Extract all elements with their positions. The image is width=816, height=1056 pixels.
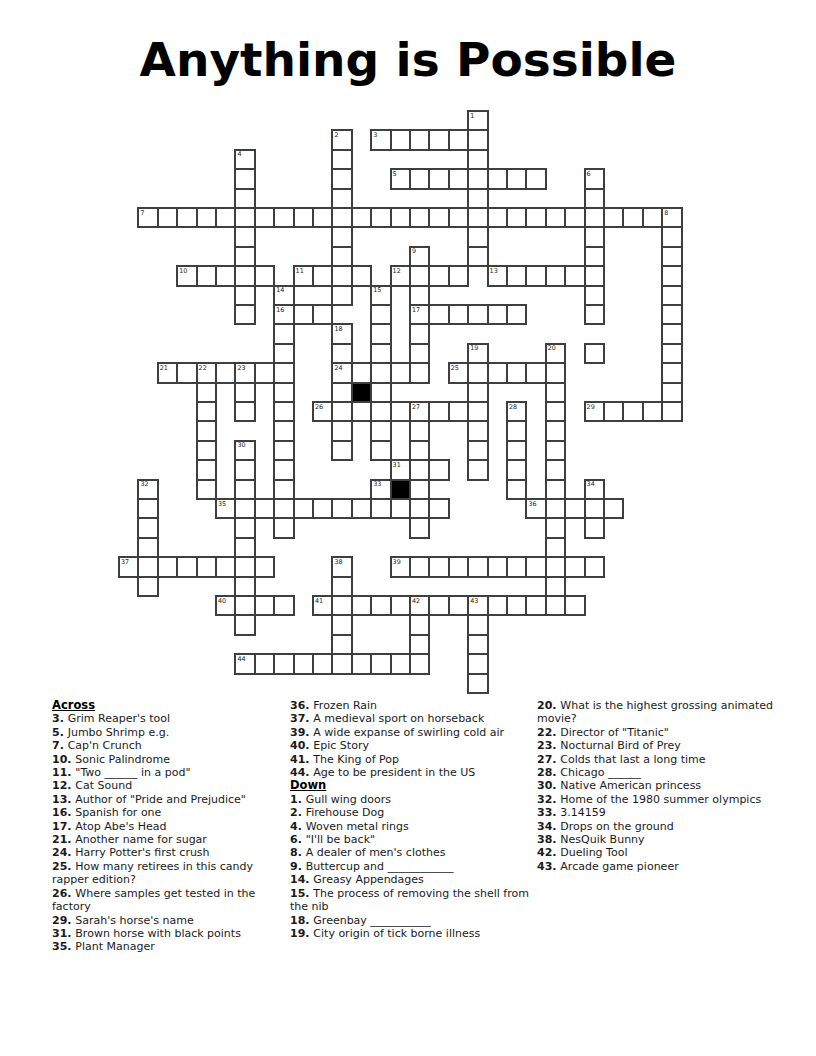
grid-cell[interactable] bbox=[428, 595, 449, 616]
grid-cell[interactable]: 13 bbox=[487, 265, 508, 286]
grid-cell[interactable] bbox=[603, 207, 624, 228]
grid-cell[interactable] bbox=[487, 207, 508, 228]
grid-cell[interactable] bbox=[428, 459, 449, 480]
grid-cell[interactable]: 37 bbox=[118, 556, 139, 577]
grid-cell[interactable] bbox=[273, 440, 294, 461]
grid-cell[interactable] bbox=[506, 304, 527, 325]
grid-cell[interactable]: 15 bbox=[370, 285, 391, 306]
grid-cell[interactable] bbox=[370, 653, 391, 674]
grid-cell[interactable] bbox=[409, 634, 430, 655]
grid-cell[interactable] bbox=[273, 517, 294, 538]
clue-number: 41 bbox=[315, 597, 323, 605]
grid-cell[interactable] bbox=[428, 304, 449, 325]
grid-cell[interactable] bbox=[661, 362, 682, 383]
grid-cell[interactable] bbox=[467, 459, 488, 480]
grid-cell[interactable] bbox=[351, 265, 372, 286]
grid-cell[interactable] bbox=[545, 479, 566, 500]
grid-cell[interactable] bbox=[312, 304, 333, 325]
grid-cell[interactable] bbox=[312, 653, 333, 674]
grid-cell[interactable] bbox=[370, 595, 391, 616]
grid-cell[interactable] bbox=[331, 343, 352, 364]
grid-cell[interactable] bbox=[137, 556, 158, 577]
grid-cell[interactable] bbox=[234, 207, 255, 228]
grid-cell[interactable] bbox=[331, 498, 352, 519]
grid-cell[interactable] bbox=[506, 420, 527, 441]
grid-cell[interactable] bbox=[467, 207, 488, 228]
grid-cell[interactable] bbox=[506, 265, 527, 286]
grid-cell[interactable] bbox=[661, 265, 682, 286]
grid-cell[interactable] bbox=[273, 343, 294, 364]
grid-cell[interactable]: 11 bbox=[293, 265, 314, 286]
grid-cell[interactable] bbox=[448, 129, 469, 150]
grid-cell[interactable] bbox=[273, 479, 294, 500]
grid-cell[interactable] bbox=[351, 207, 372, 228]
grid-cell[interactable] bbox=[331, 246, 352, 267]
clue-item: 10. Sonic Palindrome bbox=[52, 753, 292, 766]
grid-cell[interactable] bbox=[293, 304, 314, 325]
grid-cell[interactable] bbox=[196, 265, 217, 286]
grid-cell[interactable]: 19 bbox=[467, 343, 488, 364]
grid-cell[interactable] bbox=[409, 207, 430, 228]
grid-cell[interactable] bbox=[545, 537, 566, 558]
grid-cell[interactable] bbox=[506, 556, 527, 577]
grid-cell[interactable] bbox=[234, 537, 255, 558]
grid-cell[interactable] bbox=[564, 595, 585, 616]
grid-cell[interactable] bbox=[448, 304, 469, 325]
grid-cell[interactable] bbox=[254, 362, 275, 383]
grid-cell[interactable] bbox=[331, 614, 352, 635]
grid-cell[interactable] bbox=[176, 362, 197, 383]
grid-cell[interactable] bbox=[584, 265, 605, 286]
grid-cell[interactable] bbox=[331, 576, 352, 597]
grid-cell[interactable] bbox=[176, 556, 197, 577]
grid-cell[interactable] bbox=[487, 304, 508, 325]
grid-cell[interactable]: 24 bbox=[331, 362, 352, 383]
grid-cell[interactable] bbox=[254, 207, 275, 228]
grid-cell[interactable]: 8 bbox=[661, 207, 682, 228]
grid-cell[interactable] bbox=[545, 498, 566, 519]
grid-cell[interactable] bbox=[545, 595, 566, 616]
grid-cell[interactable] bbox=[351, 362, 372, 383]
grid-cell[interactable] bbox=[331, 382, 352, 403]
grid-cell[interactable] bbox=[409, 517, 430, 538]
clue-item-number: 32. bbox=[537, 793, 560, 806]
grid-cell[interactable] bbox=[545, 420, 566, 441]
grid-cell[interactable]: 36 bbox=[525, 498, 546, 519]
grid-cell[interactable]: 34 bbox=[584, 479, 605, 500]
grid-cell[interactable] bbox=[467, 149, 488, 170]
grid-cell[interactable] bbox=[584, 285, 605, 306]
grid-cell[interactable] bbox=[157, 556, 178, 577]
grid-cell[interactable]: 6 bbox=[584, 168, 605, 189]
grid-cell[interactable]: 20 bbox=[545, 343, 566, 364]
grid-cell[interactable]: 23 bbox=[234, 362, 255, 383]
grid-cell[interactable] bbox=[622, 401, 643, 422]
grid-cell[interactable] bbox=[467, 168, 488, 189]
grid-cell[interactable] bbox=[409, 614, 430, 635]
grid-cell[interactable] bbox=[273, 595, 294, 616]
grid-cell[interactable] bbox=[409, 265, 430, 286]
grid-cell[interactable] bbox=[584, 498, 605, 519]
grid-cell[interactable] bbox=[370, 362, 391, 383]
grid-cell[interactable] bbox=[467, 614, 488, 635]
grid-cell[interactable]: 30 bbox=[234, 440, 255, 461]
grid-cell[interactable]: 39 bbox=[390, 556, 411, 577]
grid-cell[interactable] bbox=[584, 188, 605, 209]
grid-cell[interactable] bbox=[467, 246, 488, 267]
grid-cell[interactable] bbox=[234, 595, 255, 616]
grid-cell[interactable]: 44 bbox=[234, 653, 255, 674]
grid-cell[interactable] bbox=[467, 634, 488, 655]
grid-cell[interactable] bbox=[428, 401, 449, 422]
grid-cell[interactable] bbox=[273, 498, 294, 519]
grid-cell[interactable] bbox=[293, 653, 314, 674]
grid-cell[interactable] bbox=[564, 498, 585, 519]
grid-cell[interactable] bbox=[661, 304, 682, 325]
grid-cell[interactable]: 1 bbox=[467, 110, 488, 131]
grid-cell[interactable] bbox=[390, 362, 411, 383]
grid-cell[interactable] bbox=[525, 556, 546, 577]
grid-cell[interactable] bbox=[196, 440, 217, 461]
grid-cell[interactable] bbox=[545, 207, 566, 228]
grid-cell[interactable]: 28 bbox=[506, 401, 527, 422]
grid-cell[interactable] bbox=[331, 207, 352, 228]
grid-cell[interactable]: 40 bbox=[215, 595, 236, 616]
grid-cell[interactable] bbox=[390, 401, 411, 422]
grid-cell[interactable] bbox=[331, 168, 352, 189]
clue-item-number: 35. bbox=[52, 940, 75, 953]
grid-cell[interactable] bbox=[215, 265, 236, 286]
grid-cell[interactable] bbox=[661, 343, 682, 364]
grid-cell[interactable] bbox=[487, 595, 508, 616]
grid-cell[interactable] bbox=[506, 168, 527, 189]
grid-cell[interactable] bbox=[487, 362, 508, 383]
grid-cell[interactable] bbox=[448, 265, 469, 286]
grid-cell[interactable] bbox=[196, 479, 217, 500]
grid-cell[interactable] bbox=[351, 401, 372, 422]
clue-number: 26 bbox=[315, 403, 323, 411]
grid-cell[interactable] bbox=[409, 556, 430, 577]
grid-cell[interactable] bbox=[254, 265, 275, 286]
grid-cell[interactable] bbox=[545, 382, 566, 403]
grid-cell[interactable] bbox=[661, 382, 682, 403]
grid-cell[interactable]: 29 bbox=[584, 401, 605, 422]
grid-cell[interactable] bbox=[196, 556, 217, 577]
grid-cell[interactable] bbox=[390, 595, 411, 616]
grid-cell[interactable] bbox=[661, 226, 682, 247]
grid-cell[interactable]: 26 bbox=[312, 401, 333, 422]
grid-cell[interactable] bbox=[234, 188, 255, 209]
grid-cell[interactable] bbox=[234, 517, 255, 538]
grid-cell[interactable] bbox=[506, 207, 527, 228]
grid-cell[interactable] bbox=[584, 207, 605, 228]
grid-cell[interactable] bbox=[234, 556, 255, 577]
grid-cell[interactable] bbox=[331, 420, 352, 441]
grid-cell[interactable]: 27 bbox=[409, 401, 430, 422]
grid-cell[interactable]: 43 bbox=[467, 595, 488, 616]
grid-cell[interactable] bbox=[234, 265, 255, 286]
grid-cell[interactable] bbox=[603, 401, 624, 422]
grid-cell[interactable]: 5 bbox=[390, 168, 411, 189]
grid-cell[interactable] bbox=[467, 129, 488, 150]
grid-cell[interactable] bbox=[506, 362, 527, 383]
grid-cell[interactable] bbox=[215, 556, 236, 577]
grid-cell[interactable] bbox=[564, 265, 585, 286]
grid-cell[interactable] bbox=[661, 246, 682, 267]
grid-cell[interactable] bbox=[584, 556, 605, 577]
grid-cell[interactable] bbox=[525, 207, 546, 228]
grid-cell[interactable] bbox=[409, 168, 430, 189]
grid-cell[interactable] bbox=[331, 149, 352, 170]
grid-cell[interactable] bbox=[312, 265, 333, 286]
grid-cell[interactable] bbox=[409, 420, 430, 441]
grid-cell[interactable] bbox=[273, 323, 294, 344]
grid-cell[interactable]: 32 bbox=[137, 479, 158, 500]
grid-cell[interactable] bbox=[448, 595, 469, 616]
grid-cell[interactable]: 22 bbox=[196, 362, 217, 383]
grid-cell[interactable]: 3 bbox=[370, 129, 391, 150]
grid-cell[interactable] bbox=[273, 362, 294, 383]
grid-cell[interactable] bbox=[545, 556, 566, 577]
grid-cell[interactable]: 10 bbox=[176, 265, 197, 286]
grid-cell[interactable] bbox=[506, 595, 527, 616]
grid-cell[interactable] bbox=[467, 440, 488, 461]
grid-cell[interactable] bbox=[234, 304, 255, 325]
grid-cell[interactable] bbox=[331, 401, 352, 422]
grid-cell[interactable] bbox=[584, 343, 605, 364]
grid-cell[interactable] bbox=[273, 459, 294, 480]
grid-cell[interactable]: 31 bbox=[390, 459, 411, 480]
grid-cell[interactable] bbox=[234, 226, 255, 247]
grid-cell[interactable] bbox=[448, 401, 469, 422]
grid-cell[interactable] bbox=[409, 343, 430, 364]
grid-cell[interactable] bbox=[351, 653, 372, 674]
grid-cell[interactable] bbox=[525, 362, 546, 383]
grid-cell[interactable] bbox=[331, 285, 352, 306]
grid-cell[interactable]: 35 bbox=[215, 498, 236, 519]
grid-cell[interactable] bbox=[642, 401, 663, 422]
grid-cell[interactable] bbox=[525, 595, 546, 616]
clue-number: 36 bbox=[528, 500, 536, 508]
grid-cell[interactable] bbox=[467, 304, 488, 325]
grid-cell[interactable] bbox=[409, 323, 430, 344]
grid-cell[interactable] bbox=[137, 517, 158, 538]
grid-cell[interactable] bbox=[545, 362, 566, 383]
clue-item: 22. Director of "Titanic" bbox=[537, 726, 777, 739]
clue-item-number: 43. bbox=[537, 860, 560, 873]
grid-cell[interactable] bbox=[603, 498, 624, 519]
grid-cell[interactable] bbox=[409, 129, 430, 150]
grid-cell[interactable] bbox=[196, 420, 217, 441]
grid-cell[interactable]: 4 bbox=[234, 149, 255, 170]
grid-cell[interactable] bbox=[584, 246, 605, 267]
grid-cell[interactable] bbox=[584, 517, 605, 538]
grid-cell[interactable] bbox=[312, 498, 333, 519]
grid-cell[interactable] bbox=[390, 129, 411, 150]
grid-cell[interactable] bbox=[370, 382, 391, 403]
clue-item: 20. What is the highest grossing animate… bbox=[537, 699, 777, 726]
grid-cell[interactable]: 12 bbox=[390, 265, 411, 286]
grid-cell[interactable] bbox=[234, 459, 255, 480]
grid-cell[interactable] bbox=[196, 382, 217, 403]
grid-cell[interactable] bbox=[467, 556, 488, 577]
grid-cell[interactable]: 38 bbox=[331, 556, 352, 577]
grid-cell[interactable] bbox=[467, 226, 488, 247]
grid-cell[interactable] bbox=[661, 285, 682, 306]
grid-cell[interactable] bbox=[370, 420, 391, 441]
grid-cell[interactable] bbox=[506, 459, 527, 480]
grid-cell[interactable] bbox=[157, 207, 178, 228]
grid-cell[interactable] bbox=[254, 595, 275, 616]
grid-cell[interactable] bbox=[234, 382, 255, 403]
grid-cell[interactable] bbox=[564, 207, 585, 228]
grid-cell[interactable] bbox=[467, 362, 488, 383]
grid-cell[interactable] bbox=[331, 653, 352, 674]
grid-cell[interactable]: 25 bbox=[448, 362, 469, 383]
grid-cell[interactable] bbox=[525, 265, 546, 286]
grid-cell[interactable] bbox=[273, 401, 294, 422]
grid-cell[interactable] bbox=[390, 207, 411, 228]
grid-cell[interactable] bbox=[467, 653, 488, 674]
grid-cell[interactable] bbox=[409, 653, 430, 674]
grid-cell[interactable] bbox=[564, 556, 585, 577]
grid-cell[interactable] bbox=[215, 207, 236, 228]
grid-cell[interactable] bbox=[196, 207, 217, 228]
grid-cell[interactable] bbox=[331, 265, 352, 286]
grid-cell[interactable] bbox=[351, 498, 372, 519]
grid-cell[interactable] bbox=[428, 168, 449, 189]
grid-cell[interactable]: 9 bbox=[409, 246, 430, 267]
grid-cell[interactable]: 2 bbox=[331, 129, 352, 150]
grid-cell[interactable] bbox=[370, 440, 391, 461]
grid-cell[interactable] bbox=[331, 188, 352, 209]
grid-cell[interactable] bbox=[390, 653, 411, 674]
grid-cell[interactable] bbox=[137, 537, 158, 558]
grid-cell[interactable] bbox=[506, 440, 527, 461]
grid-cell[interactable] bbox=[234, 246, 255, 267]
grid-cell[interactable] bbox=[370, 323, 391, 344]
grid-cell[interactable] bbox=[409, 362, 430, 383]
grid-cell[interactable] bbox=[293, 207, 314, 228]
grid-cell[interactable] bbox=[234, 401, 255, 422]
grid-cell[interactable] bbox=[467, 420, 488, 441]
grid-cell[interactable]: 33 bbox=[370, 479, 391, 500]
grid-cell[interactable] bbox=[273, 653, 294, 674]
grid-cell[interactable] bbox=[487, 168, 508, 189]
grid-cell[interactable] bbox=[448, 556, 469, 577]
grid-cell[interactable] bbox=[409, 285, 430, 306]
grid-cell[interactable]: 21 bbox=[157, 362, 178, 383]
grid-cell[interactable] bbox=[234, 498, 255, 519]
grid-cell[interactable] bbox=[409, 440, 430, 461]
grid-cell[interactable] bbox=[545, 265, 566, 286]
grid-cell[interactable] bbox=[545, 517, 566, 538]
grid-cell[interactable] bbox=[234, 576, 255, 597]
grid-cell[interactable] bbox=[584, 304, 605, 325]
grid-cell[interactable] bbox=[215, 362, 236, 383]
grid-cell[interactable] bbox=[254, 556, 275, 577]
grid-cell[interactable] bbox=[506, 479, 527, 500]
grid-cell[interactable] bbox=[370, 343, 391, 364]
grid-cell[interactable] bbox=[428, 498, 449, 519]
grid-cell[interactable] bbox=[331, 440, 352, 461]
grid-cell[interactable]: 41 bbox=[312, 595, 333, 616]
grid-cell[interactable] bbox=[448, 207, 469, 228]
grid-cell[interactable] bbox=[428, 265, 449, 286]
grid-cell[interactable] bbox=[390, 498, 411, 519]
grid-cell[interactable] bbox=[661, 323, 682, 344]
grid-cell[interactable] bbox=[331, 226, 352, 247]
grid-cell[interactable] bbox=[545, 576, 566, 597]
grid-cell[interactable] bbox=[428, 129, 449, 150]
grid-cell[interactable] bbox=[370, 498, 391, 519]
clue-number: 12 bbox=[393, 267, 401, 275]
grid-cell[interactable] bbox=[409, 459, 430, 480]
grid-cell[interactable] bbox=[196, 459, 217, 480]
grid-cell[interactable] bbox=[545, 459, 566, 480]
grid-cell[interactable] bbox=[409, 498, 430, 519]
grid-cell[interactable] bbox=[254, 498, 275, 519]
grid-cell[interactable]: 16 bbox=[273, 304, 294, 325]
grid-cell[interactable] bbox=[370, 304, 391, 325]
grid-cell[interactable] bbox=[487, 556, 508, 577]
grid-cell[interactable] bbox=[176, 207, 197, 228]
grid-cell[interactable] bbox=[584, 226, 605, 247]
grid-cell[interactable] bbox=[234, 614, 255, 635]
grid-cell[interactable] bbox=[351, 595, 372, 616]
clue-number: 28 bbox=[509, 403, 517, 411]
grid-cell[interactable]: 14 bbox=[273, 285, 294, 306]
grid-cell[interactable] bbox=[273, 207, 294, 228]
grid-cell[interactable] bbox=[254, 653, 275, 674]
grid-cell[interactable] bbox=[312, 207, 333, 228]
grid-cell[interactable] bbox=[370, 401, 391, 422]
grid-cell[interactable] bbox=[234, 479, 255, 500]
grid-cell[interactable] bbox=[642, 207, 663, 228]
grid-cell[interactable] bbox=[448, 168, 469, 189]
clue-number: 33 bbox=[373, 480, 381, 488]
grid-cell[interactable] bbox=[545, 440, 566, 461]
grid-cell[interactable] bbox=[545, 401, 566, 422]
grid-cell[interactable] bbox=[234, 168, 255, 189]
grid-cell[interactable] bbox=[331, 595, 352, 616]
grid-cell[interactable] bbox=[467, 401, 488, 422]
grid-cell[interactable] bbox=[428, 207, 449, 228]
grid-cell[interactable] bbox=[428, 556, 449, 577]
grid-cell[interactable]: 18 bbox=[331, 323, 352, 344]
grid-cell[interactable]: 7 bbox=[137, 207, 158, 228]
grid-cell[interactable]: 42 bbox=[409, 595, 430, 616]
grid-cell[interactable] bbox=[467, 188, 488, 209]
grid-cell[interactable]: 17 bbox=[409, 304, 430, 325]
grid-cell[interactable] bbox=[293, 498, 314, 519]
grid-cell[interactable] bbox=[331, 634, 352, 655]
grid-cell[interactable] bbox=[661, 401, 682, 422]
grid-cell[interactable] bbox=[467, 673, 488, 694]
grid-cell[interactable] bbox=[196, 401, 217, 422]
grid-cell[interactable] bbox=[467, 382, 488, 403]
clue-item: 29. Sarah's horse's name bbox=[52, 914, 292, 927]
grid-cell[interactable] bbox=[273, 420, 294, 441]
grid-cell[interactable] bbox=[234, 285, 255, 306]
grid-cell[interactable] bbox=[409, 479, 430, 500]
grid-cell[interactable] bbox=[137, 498, 158, 519]
grid-cell[interactable] bbox=[622, 207, 643, 228]
grid-cell[interactable] bbox=[137, 576, 158, 597]
grid-cell[interactable] bbox=[370, 207, 391, 228]
grid-cell[interactable] bbox=[273, 382, 294, 403]
grid-cell[interactable] bbox=[525, 168, 546, 189]
